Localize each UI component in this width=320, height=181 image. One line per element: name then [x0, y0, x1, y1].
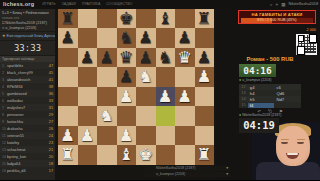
top-player-label[interactable]: ● u_krampus (2203) — [239, 78, 271, 82]
bottom-player-label[interactable]: ● NikitinSasha2018 (2187) — [239, 113, 282, 117]
standings-row[interactable]: 9 lastochka 27 — [0, 118, 55, 125]
standings-row[interactable]: 4 KPbIM34 38 — [0, 83, 55, 90]
standings-row[interactable]: 14 bystriy_kon 20 — [0, 153, 55, 160]
standings-row[interactable]: 11 veteran55 24 — [0, 132, 55, 139]
square-c2[interactable] — [97, 126, 117, 146]
black-rook[interactable]: ♜ — [195, 9, 215, 29]
square-h6[interactable]: ♟ — [195, 48, 215, 68]
square-a4[interactable] — [58, 87, 78, 107]
square-f7[interactable] — [156, 28, 176, 48]
overlay-black-name-bar: u_krampus (2203) ▾ — [144, 172, 230, 178]
menu-icon[interactable]: ▦ — [281, 2, 285, 7]
move-list[interactable]: 12 g4 c613 h4 Qd614 h5 Nd715 f4 — [239, 84, 301, 108]
square-b6[interactable]: ♟ — [78, 48, 98, 68]
black-pawn[interactable]: ♟ — [195, 48, 215, 68]
chevron-down-icon[interactable]: ▾ — [226, 166, 228, 170]
square-d5[interactable]: ♟ — [117, 67, 137, 87]
tournament-sidebar: 5+3 • Блиц • Рейтинговая только что □ Ni… — [0, 9, 55, 181]
goal-title: НА ГАМБИТЫ И АТАКИ — [239, 12, 315, 17]
black-knight[interactable]: ♞ — [156, 48, 176, 68]
standings-row[interactable]: 6 wolkodav 33 — [0, 97, 55, 104]
white-rook[interactable]: ♜ — [195, 145, 215, 165]
donation-goal-banner: НА ГАМБИТЫ И АТАКИ 870 / 2 000 RUB (43%) — [238, 10, 316, 24]
standings-row[interactable]: 12 kotofey 23 — [0, 139, 55, 146]
square-f5[interactable] — [156, 67, 176, 87]
square-a3[interactable] — [58, 106, 78, 126]
square-h5[interactable]: ♟ — [195, 67, 215, 87]
square-e2[interactable] — [136, 126, 156, 146]
square-b4[interactable] — [78, 87, 98, 107]
square-b1[interactable] — [78, 145, 98, 165]
online-dot-icon: ● — [239, 78, 241, 82]
streamer-face — [276, 126, 310, 166]
square-b3[interactable] — [78, 106, 98, 126]
square-f3[interactable] — [156, 106, 176, 126]
square-d8[interactable]: ♚ — [117, 9, 137, 29]
overlay-white-name-bar: NikitinSasha2018 (2187) ▾ — [144, 166, 230, 172]
standings-table: 1 sparkblitz 472 black_cherry99 453 alex… — [0, 62, 55, 174]
black-pawn[interactable]: ♟ — [175, 28, 195, 48]
square-g8[interactable] — [175, 9, 195, 29]
standings-row[interactable]: 13 schachmat 21 — [0, 146, 55, 153]
square-b8[interactable] — [78, 9, 98, 29]
square-c6[interactable]: ♟ — [97, 48, 117, 68]
main-nav: ИГРАТЬЗАДАЧИПРАКТИКАСООБЩЕСТВО — [42, 2, 132, 6]
black-pawn[interactable]: ♟ — [58, 28, 78, 48]
square-c7[interactable] — [97, 28, 117, 48]
tournament-link[interactable]: ★ Еженедельный Блиц Арена — [0, 32, 55, 41]
square-c3[interactable]: ♞ — [97, 106, 117, 126]
standings-row[interactable]: 5 gambitoved 36 — [0, 90, 55, 97]
square-g4[interactable]: ♟ — [175, 87, 195, 107]
square-d7[interactable]: ♞ — [117, 28, 137, 48]
goal-amount: 2 000 — [306, 28, 316, 32]
nav-item[interactable]: ПРАКТИКА — [82, 2, 101, 6]
square-a1[interactable]: ♜ — [58, 145, 78, 165]
white-clock: 04:19 — [239, 118, 279, 133]
game-age: только что — [2, 16, 53, 20]
square-d6[interactable]: ♛ — [117, 48, 137, 68]
black-pawn[interactable]: ♟ — [117, 67, 137, 87]
square-g6[interactable]: ♛ — [175, 48, 195, 68]
standings-row[interactable]: 3 alexandrovich 41 — [0, 76, 55, 83]
square-g1[interactable] — [175, 145, 195, 165]
square-b7[interactable] — [78, 28, 98, 48]
lichess-logo[interactable]: lichess.org — [3, 1, 34, 7]
lichess-stream-page: lichess.org ИГРАТЬЗАДАЧИПРАКТИКАСООБЩЕСТ… — [0, 0, 320, 180]
donation-alert: Роман - 500 RUB — [234, 56, 306, 62]
square-h4[interactable] — [195, 87, 215, 107]
square-h3[interactable] — [195, 106, 215, 126]
black-rook[interactable]: ♜ — [58, 9, 78, 29]
black-clock: 04:16 — [239, 64, 276, 77]
standings-row[interactable]: 10 drakosha 26 — [0, 125, 55, 132]
black-pawn[interactable]: ♟ — [78, 48, 98, 68]
white-pawn[interactable]: ♟ — [175, 87, 195, 107]
trophy-icon: ★ — [2, 34, 5, 38]
challenge-icon[interactable]: + — [276, 2, 279, 7]
square-h1[interactable]: ♜ — [195, 145, 215, 165]
square-b2[interactable]: ♟ — [78, 126, 98, 146]
square-c4[interactable] — [97, 87, 117, 107]
square-f6[interactable]: ♞ — [156, 48, 176, 68]
square-a5[interactable] — [58, 67, 78, 87]
square-h8[interactable]: ♜ — [195, 9, 215, 29]
square-g2[interactable] — [175, 126, 195, 146]
square-a2[interactable]: ♟ — [58, 126, 78, 146]
goal-progress-bar: 870 / 2 000 RUB (43%) — [241, 18, 313, 23]
square-e3[interactable] — [136, 106, 156, 126]
white-pawn[interactable]: ♟ — [117, 87, 137, 107]
square-e4[interactable] — [136, 87, 156, 107]
nav-item[interactable]: ИГРАТЬ — [42, 2, 55, 6]
black-knight[interactable]: ♞ — [117, 28, 137, 48]
black-pawn[interactable]: ♟ — [97, 48, 117, 68]
standings-row[interactable]: 8 pensioner 29 — [0, 111, 55, 118]
move-row[interactable]: 13 h4 Qd6 — [239, 90, 301, 96]
white-pawn[interactable]: ♟ — [195, 67, 215, 87]
square-g3[interactable] — [175, 106, 195, 126]
goal-progress-text: 870 / 2 000 RUB (43%) — [241, 18, 313, 23]
chess-board[interactable]: ♜♚♝♜♟♞♟♟♟♟♛♟♞♛♟♟♞♟♟♟♟♞♟♟♟♜♝♚♜ — [58, 9, 214, 165]
square-a8[interactable]: ♜ — [58, 9, 78, 29]
square-f8[interactable]: ♝ — [156, 9, 176, 29]
black-king[interactable]: ♚ — [117, 9, 137, 29]
square-g7[interactable]: ♟ — [175, 28, 195, 48]
standings-row[interactable]: 16 peshka_d4 17 — [0, 167, 55, 174]
chevron-down-icon[interactable]: ▾ — [226, 172, 228, 176]
square-c5[interactable] — [97, 67, 117, 87]
search-icon[interactable]: ⌕ — [270, 2, 273, 7]
white-rook[interactable]: ♜ — [58, 145, 78, 165]
move-row[interactable]: 12 g4 c6 — [239, 84, 301, 90]
move-row[interactable]: 15 f4 — [239, 102, 301, 108]
move-row[interactable]: 14 h5 Nd7 — [239, 96, 301, 102]
standings-row[interactable]: 7 malyshev7 31 — [0, 104, 55, 111]
standings-row[interactable]: 15 ladya64 18 — [0, 160, 55, 167]
tournament-timer: 33:33 — [0, 41, 55, 57]
square-a7[interactable]: ♟ — [58, 28, 78, 48]
square-a6[interactable] — [58, 48, 78, 68]
black-pawn[interactable]: ♟ — [136, 48, 156, 68]
header-username[interactable]: NikitinSasha2018 — [288, 2, 318, 6]
standings-row[interactable]: 1 sparkblitz 47 — [0, 62, 55, 69]
white-pawn[interactable]: ♟ — [117, 126, 137, 146]
square-h7[interactable] — [195, 28, 215, 48]
nav-item[interactable]: СООБЩЕСТВО — [106, 2, 132, 6]
white-bishop[interactable]: ♝ — [117, 145, 137, 165]
square-e7[interactable]: ♟ — [136, 28, 156, 48]
square-e6[interactable]: ♟ — [136, 48, 156, 68]
standings-row[interactable]: 2 black_cherry99 45 — [0, 69, 55, 76]
black-queen[interactable]: ♛ — [117, 48, 137, 68]
square-h2[interactable] — [195, 126, 215, 146]
square-f1[interactable] — [156, 145, 176, 165]
square-c1[interactable] — [97, 145, 117, 165]
white-pawn[interactable]: ♟ — [58, 126, 78, 146]
square-g5[interactable] — [175, 67, 195, 87]
white-knight[interactable]: ♞ — [136, 67, 156, 87]
square-c8[interactable] — [97, 9, 117, 29]
time-control: 5+3 • Блиц • Рейтинговая — [2, 10, 53, 15]
donation-qr-code — [296, 34, 317, 55]
white-queen[interactable]: ♛ — [175, 48, 195, 68]
square-e8[interactable] — [136, 9, 156, 29]
white-pawn[interactable]: ♟ — [78, 126, 98, 146]
square-d2[interactable]: ♟ — [117, 126, 137, 146]
square-d3[interactable] — [117, 106, 137, 126]
black-pawn[interactable]: ♟ — [136, 28, 156, 48]
top-header: lichess.org ИГРАТЬЗАДАЧИПРАКТИКАСООБЩЕСТ… — [0, 0, 320, 9]
black-bishop[interactable]: ♝ — [156, 9, 176, 29]
white-knight[interactable]: ♞ — [97, 106, 117, 126]
square-b5[interactable] — [78, 67, 98, 87]
white-king[interactable]: ♚ — [136, 145, 156, 165]
white-pawn[interactable]: ♟ — [156, 87, 176, 107]
online-dot-icon: ● — [239, 113, 241, 117]
black-player-row[interactable]: ■ u_krampus (2203) — [2, 26, 53, 30]
square-e5[interactable]: ♞ — [136, 67, 156, 87]
square-e1[interactable]: ♚ — [136, 145, 156, 165]
nav-item[interactable]: ЗАДАЧИ — [62, 2, 76, 6]
white-player-row[interactable]: □ NikitinSasha2018 (2187) — [2, 21, 53, 25]
game-info-block: 5+3 • Блиц • Рейтинговая только что □ Ni… — [0, 9, 55, 32]
square-d1[interactable]: ♝ — [117, 145, 137, 165]
square-d4[interactable]: ♟ — [117, 87, 137, 107]
square-f2[interactable] — [156, 126, 176, 146]
square-f4[interactable]: ♟ — [156, 87, 176, 107]
